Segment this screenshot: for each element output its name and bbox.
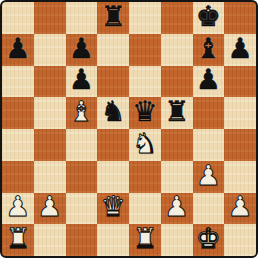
white-pawn-g3: ♟ (196, 162, 221, 190)
black-pawn-c6: ♟ (69, 66, 94, 94)
square-a7[interactable]: ♟ (2, 34, 34, 66)
square-h3[interactable] (224, 161, 256, 193)
black-pawn-a7: ♟ (5, 35, 30, 63)
square-a6[interactable] (2, 66, 34, 98)
square-e3[interactable] (129, 161, 161, 193)
square-h7[interactable]: ♟ (224, 34, 256, 66)
square-b2[interactable]: ♟ (34, 193, 66, 225)
black-knight-d5: ♞ (101, 98, 126, 126)
square-g1[interactable]: ♚ (193, 224, 225, 256)
square-b7[interactable] (34, 34, 66, 66)
square-e6[interactable] (129, 66, 161, 98)
square-f2[interactable]: ♟ (161, 193, 193, 225)
square-g7[interactable]: ♝ (193, 34, 225, 66)
black-rook-d8: ♜ (101, 3, 126, 31)
square-c8[interactable] (66, 2, 98, 34)
square-f4[interactable] (161, 129, 193, 161)
black-bishop-g7: ♝ (196, 35, 221, 63)
square-b1[interactable] (34, 224, 66, 256)
black-pawn-h7: ♟ (228, 35, 253, 63)
square-h5[interactable] (224, 97, 256, 129)
square-c5[interactable]: ♝ (66, 97, 98, 129)
white-pawn-a2: ♟ (5, 193, 30, 221)
square-a5[interactable] (2, 97, 34, 129)
white-pawn-b2: ♟ (37, 193, 62, 221)
white-knight-e4: ♞ (132, 130, 157, 158)
square-c6[interactable]: ♟ (66, 66, 98, 98)
white-rook-e1: ♜ (132, 225, 157, 253)
square-d8[interactable]: ♜ (97, 2, 129, 34)
black-rook-f5: ♜ (164, 98, 189, 126)
white-rook-a1: ♜ (5, 225, 30, 253)
square-f6[interactable] (161, 66, 193, 98)
square-h8[interactable] (224, 2, 256, 34)
square-d5[interactable]: ♞ (97, 97, 129, 129)
square-g4[interactable] (193, 129, 225, 161)
square-a2[interactable]: ♟ (2, 193, 34, 225)
square-d4[interactable] (97, 129, 129, 161)
square-f8[interactable] (161, 2, 193, 34)
white-queen-d2: ♛ (101, 193, 126, 221)
square-e1[interactable]: ♜ (129, 224, 161, 256)
square-e5[interactable]: ♛ (129, 97, 161, 129)
square-h6[interactable] (224, 66, 256, 98)
square-g2[interactable] (193, 193, 225, 225)
square-f3[interactable] (161, 161, 193, 193)
square-c3[interactable] (66, 161, 98, 193)
chess-board-frame: ♜♚♟♟♝♟♟♟♝♞♛♜♞♟♟♟♛♟♟♜♜♚ (0, 0, 258, 258)
square-d2[interactable]: ♛ (97, 193, 129, 225)
square-c7[interactable]: ♟ (66, 34, 98, 66)
square-c1[interactable] (66, 224, 98, 256)
square-g8[interactable]: ♚ (193, 2, 225, 34)
black-king-g8: ♚ (196, 3, 221, 31)
square-e7[interactable] (129, 34, 161, 66)
white-pawn-h2: ♟ (228, 193, 253, 221)
square-f1[interactable] (161, 224, 193, 256)
white-bishop-c5: ♝ (69, 98, 94, 126)
black-queen-e5: ♛ (132, 98, 157, 126)
square-d7[interactable] (97, 34, 129, 66)
square-a3[interactable] (2, 161, 34, 193)
square-h2[interactable]: ♟ (224, 193, 256, 225)
white-king-g1: ♚ (196, 225, 221, 253)
square-h1[interactable] (224, 224, 256, 256)
square-g5[interactable] (193, 97, 225, 129)
square-f7[interactable] (161, 34, 193, 66)
square-g3[interactable]: ♟ (193, 161, 225, 193)
square-c4[interactable] (66, 129, 98, 161)
black-pawn-c7: ♟ (69, 35, 94, 63)
square-b5[interactable] (34, 97, 66, 129)
square-b6[interactable] (34, 66, 66, 98)
square-a4[interactable] (2, 129, 34, 161)
black-pawn-g6: ♟ (196, 66, 221, 94)
square-a1[interactable]: ♜ (2, 224, 34, 256)
square-a8[interactable] (2, 2, 34, 34)
square-b3[interactable] (34, 161, 66, 193)
square-h4[interactable] (224, 129, 256, 161)
square-d3[interactable] (97, 161, 129, 193)
chess-board: ♜♚♟♟♝♟♟♟♝♞♛♜♞♟♟♟♛♟♟♜♜♚ (2, 2, 256, 256)
square-f5[interactable]: ♜ (161, 97, 193, 129)
white-pawn-f2: ♟ (164, 193, 189, 221)
square-e2[interactable] (129, 193, 161, 225)
square-e8[interactable] (129, 2, 161, 34)
square-e4[interactable]: ♞ (129, 129, 161, 161)
square-d6[interactable] (97, 66, 129, 98)
square-d1[interactable] (97, 224, 129, 256)
square-b4[interactable] (34, 129, 66, 161)
square-g6[interactable]: ♟ (193, 66, 225, 98)
square-b8[interactable] (34, 2, 66, 34)
square-c2[interactable] (66, 193, 98, 225)
